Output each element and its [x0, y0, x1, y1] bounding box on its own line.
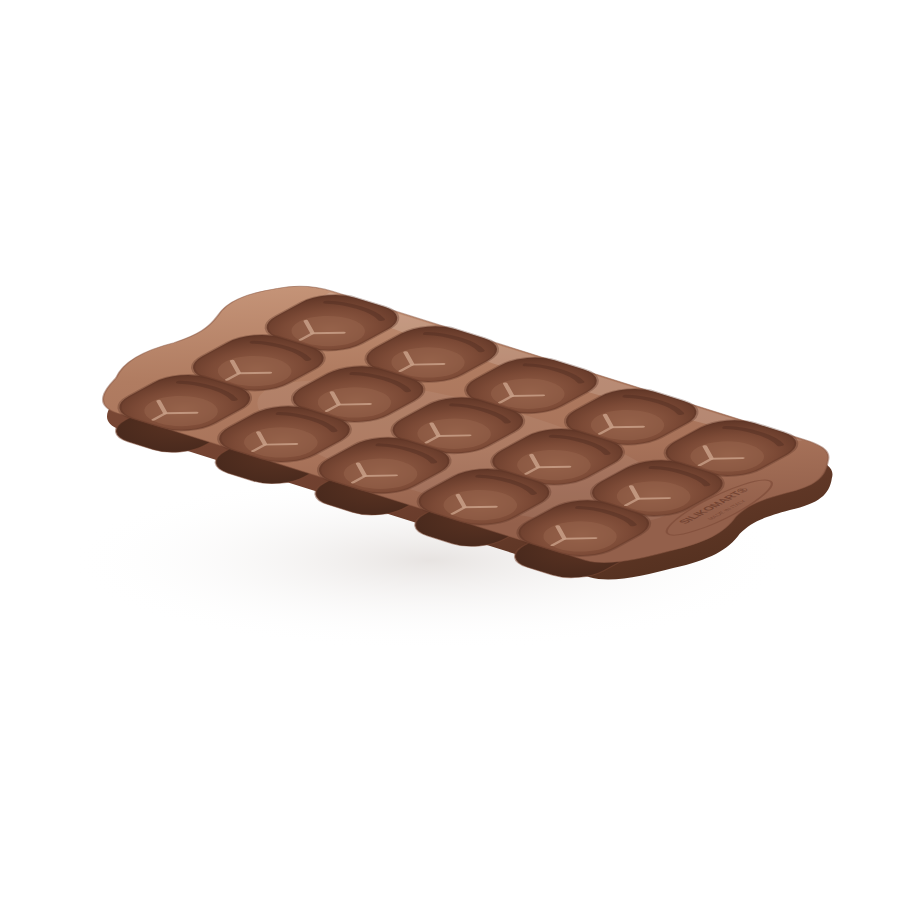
product-photo: SILIKOMART® MADE IN ITALY: [0, 0, 900, 900]
chocolate-mold-illustration: SILIKOMART® MADE IN ITALY: [0, 0, 900, 900]
